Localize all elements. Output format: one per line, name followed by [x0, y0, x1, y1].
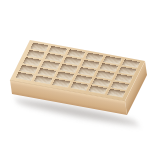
tray-cell	[107, 89, 125, 98]
tray-cell	[16, 72, 34, 81]
photo-canvas: Empty light natural-wood display tray wi…	[0, 0, 160, 160]
tray-cell	[70, 82, 88, 91]
tray-cell	[52, 79, 70, 88]
tray-cell	[89, 85, 107, 94]
tray-cell	[34, 75, 52, 84]
